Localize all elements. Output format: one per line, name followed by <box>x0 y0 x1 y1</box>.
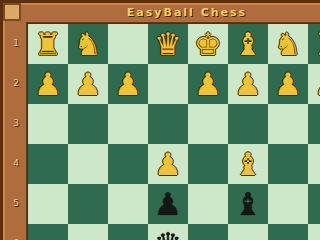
board-square-d1[interactable]: ♛ <box>148 24 188 64</box>
white-piece: ♟ <box>114 64 142 104</box>
board-square-c3[interactable] <box>108 104 148 144</box>
white-piece: ♟ <box>274 64 302 104</box>
white-piece: ♜ <box>314 24 320 64</box>
board-square-f2[interactable]: ♟ <box>228 64 268 104</box>
board-square-c2[interactable]: ♟ <box>108 64 148 104</box>
board-square-b3[interactable] <box>68 104 108 144</box>
rank-label-5: 5 <box>9 183 23 223</box>
white-piece: ♞ <box>274 24 302 64</box>
board-square-e4[interactable] <box>188 144 228 184</box>
white-piece: ♞ <box>74 24 102 64</box>
board-square-a2[interactable]: ♟ <box>28 64 68 104</box>
board-square-c4[interactable] <box>108 144 148 184</box>
white-piece: ♟ <box>194 64 222 104</box>
white-piece: ♚ <box>194 24 222 64</box>
white-piece: ♝ <box>234 144 262 184</box>
board-square-a3[interactable] <box>28 104 68 144</box>
board-square-d3[interactable] <box>148 104 188 144</box>
board-square-f6[interactable] <box>228 224 268 240</box>
white-piece: ♛ <box>154 24 182 64</box>
board-square-h1[interactable]: ♜ <box>308 24 320 64</box>
board-square-h5[interactable] <box>308 184 320 224</box>
chess-board: ♜♞♛♚♝♞♜♟♟♟♟♟♟♟♟♝♟♝♛♟♟♟♟♟♟♟♜♞♚♝♞♜ <box>27 23 320 240</box>
board-square-e2[interactable]: ♟ <box>188 64 228 104</box>
white-piece: ♝ <box>234 24 262 64</box>
board-square-h2[interactable]: ♟ <box>308 64 320 104</box>
window-title: EasyBall Chess <box>27 6 320 19</box>
board-square-e1[interactable]: ♚ <box>188 24 228 64</box>
rank-label-6: 6 <box>9 223 23 240</box>
white-piece: ♟ <box>154 144 182 184</box>
board-square-f3[interactable] <box>228 104 268 144</box>
board-square-e5[interactable] <box>188 184 228 224</box>
board-square-b5[interactable] <box>68 184 108 224</box>
board-square-g5[interactable] <box>268 184 308 224</box>
white-piece: ♜ <box>34 24 62 64</box>
board-square-g4[interactable] <box>268 144 308 184</box>
white-piece: ♟ <box>34 64 62 104</box>
frame-corner-top-left <box>3 3 21 21</box>
black-piece: ♟ <box>154 184 182 224</box>
black-piece: ♛ <box>154 224 182 240</box>
board-square-g1[interactable]: ♞ <box>268 24 308 64</box>
board-square-e3[interactable] <box>188 104 228 144</box>
board-square-g6[interactable] <box>268 224 308 240</box>
board-square-b6[interactable] <box>68 224 108 240</box>
board-square-d4[interactable]: ♟ <box>148 144 188 184</box>
board-square-d2[interactable] <box>148 64 188 104</box>
board-square-d6[interactable]: ♛ <box>148 224 188 240</box>
rank-label-1: 1 <box>9 23 23 63</box>
board-square-c6[interactable] <box>108 224 148 240</box>
white-piece: ♟ <box>314 64 320 104</box>
board-square-a5[interactable] <box>28 184 68 224</box>
board-square-a6[interactable] <box>28 224 68 240</box>
board-square-c1[interactable] <box>108 24 148 64</box>
board-square-g3[interactable] <box>268 104 308 144</box>
board-square-f4[interactable]: ♝ <box>228 144 268 184</box>
board-square-a1[interactable]: ♜ <box>28 24 68 64</box>
rank-label-4: 4 <box>9 143 23 183</box>
board-square-a4[interactable] <box>28 144 68 184</box>
rank-label-3: 3 <box>9 103 23 143</box>
rank-label-2: 2 <box>9 63 23 103</box>
board-square-d5[interactable]: ♟ <box>148 184 188 224</box>
board-square-b2[interactable]: ♟ <box>68 64 108 104</box>
board-square-c5[interactable] <box>108 184 148 224</box>
white-piece: ♟ <box>234 64 262 104</box>
rank-labels: 12345678 <box>9 23 23 240</box>
white-piece: ♟ <box>74 64 102 104</box>
board-square-h6[interactable] <box>308 224 320 240</box>
board-square-b4[interactable] <box>68 144 108 184</box>
board-square-f5[interactable]: ♝ <box>228 184 268 224</box>
board-square-h3[interactable] <box>308 104 320 144</box>
board-square-b1[interactable]: ♞ <box>68 24 108 64</box>
black-piece: ♝ <box>234 184 262 224</box>
board-square-e6[interactable] <box>188 224 228 240</box>
board-square-f1[interactable]: ♝ <box>228 24 268 64</box>
board-square-g2[interactable]: ♟ <box>268 64 308 104</box>
board-square-h4[interactable] <box>308 144 320 184</box>
chess-game-window: EasyBall Chess 12345678 ♜♞♛♚♝♞♜♟♟♟♟♟♟♟♟♝… <box>0 0 320 240</box>
